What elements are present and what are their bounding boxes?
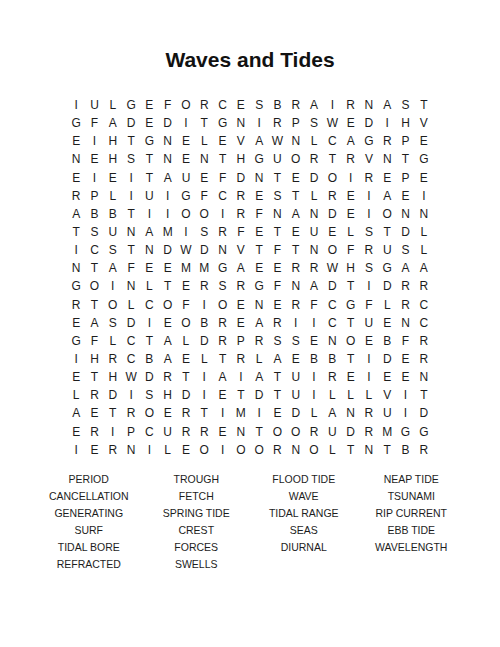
grid-cell: T xyxy=(341,314,359,332)
grid-cell: D xyxy=(287,404,305,422)
grid-cell: T xyxy=(213,350,231,368)
grid-cell: I xyxy=(250,114,268,132)
grid-cell: U xyxy=(323,423,341,441)
grid-cell: R xyxy=(305,150,323,168)
grid-cell: F xyxy=(360,296,378,314)
grid-cell: E xyxy=(287,350,305,368)
grid-cell: R xyxy=(360,404,378,422)
grid-cell: E xyxy=(213,132,231,150)
grid-cell: I xyxy=(122,187,140,205)
grid-cell: T xyxy=(67,223,85,241)
grid-cell: A xyxy=(67,404,85,422)
grid-cell: T xyxy=(287,241,305,259)
word-list-item: PERIOD xyxy=(35,470,143,487)
grid-cell: E xyxy=(67,368,85,386)
grid-cell: T xyxy=(268,368,286,386)
grid-cell: N xyxy=(195,150,213,168)
grid-cell: H xyxy=(104,150,122,168)
grid-cell: A xyxy=(250,132,268,150)
grid-cell: U xyxy=(159,423,177,441)
grid-cell: L xyxy=(250,350,268,368)
grid-cell: F xyxy=(341,241,359,259)
grid-cell: E xyxy=(104,169,122,187)
grid-cell: I xyxy=(213,404,231,422)
grid-cell: I xyxy=(195,368,213,386)
grid-cell: I xyxy=(140,441,158,459)
grid-cell: E xyxy=(140,114,158,132)
grid-cell: F xyxy=(122,259,140,277)
grid-cell: L xyxy=(195,132,213,150)
word-list-item: FORCES xyxy=(143,538,251,555)
grid-cell: S xyxy=(213,277,231,295)
grid-cell: A xyxy=(159,169,177,187)
grid-cell: O xyxy=(177,96,195,114)
grid-cell: O xyxy=(104,296,122,314)
grid-cell: S xyxy=(195,223,213,241)
grid-cell: E xyxy=(67,423,85,441)
grid-cell: I xyxy=(67,241,85,259)
grid-cell: E xyxy=(360,332,378,350)
grid-cell: R xyxy=(104,441,122,459)
grid-cell: H xyxy=(341,259,359,277)
grid-cell: C xyxy=(122,332,140,350)
grid-cell: E xyxy=(341,205,359,223)
grid-cell: H xyxy=(104,368,122,386)
grid-cell: C xyxy=(213,187,231,205)
grid-cell: T xyxy=(250,423,268,441)
grid-cell: T xyxy=(159,277,177,295)
grid-cell: O xyxy=(232,441,250,459)
grid-cell: D xyxy=(396,223,414,241)
grid-cell: I xyxy=(360,277,378,295)
grid-cell: L xyxy=(415,241,433,259)
grid-cell: T xyxy=(415,96,433,114)
word-list-item: TSUNAMI xyxy=(358,487,466,504)
grid-cell: N xyxy=(67,259,85,277)
grid-cell: I xyxy=(305,386,323,404)
grid-cell: O xyxy=(323,169,341,187)
grid-cell: C xyxy=(415,314,433,332)
grid-cell: I xyxy=(360,368,378,386)
grid-cell: T xyxy=(213,150,231,168)
grid-cell: E xyxy=(415,169,433,187)
grid-cell: B xyxy=(268,96,286,114)
grid-cell: M xyxy=(195,259,213,277)
grid-cell: E xyxy=(378,169,396,187)
grid-cell: T xyxy=(287,187,305,205)
grid-cell: C xyxy=(140,423,158,441)
grid-cell: R xyxy=(287,259,305,277)
grid-cell: R xyxy=(360,169,378,187)
word-list-item: FETCH xyxy=(143,487,251,504)
grid-cell: R xyxy=(85,386,103,404)
grid-cell: U xyxy=(140,187,158,205)
grid-cell: I xyxy=(360,350,378,368)
grid-cell: R xyxy=(396,296,414,314)
grid-cell: R xyxy=(195,96,213,114)
grid-cell: R xyxy=(360,241,378,259)
grid-cell: D xyxy=(122,314,140,332)
grid-cell: P xyxy=(85,187,103,205)
grid-cell: S xyxy=(396,241,414,259)
grid-cell: N xyxy=(122,223,140,241)
grid-cell: V xyxy=(360,150,378,168)
grid-cell: N xyxy=(415,205,433,223)
grid-cell: R xyxy=(268,114,286,132)
grid-cell: A xyxy=(378,96,396,114)
grid-cell: E xyxy=(250,187,268,205)
grid-cell: T xyxy=(268,169,286,187)
grid-cell: N xyxy=(232,423,250,441)
grid-cell: R xyxy=(305,259,323,277)
grid-cell: E xyxy=(268,259,286,277)
grid-cell: U xyxy=(360,314,378,332)
word-list-item: SWELLS xyxy=(143,555,251,572)
grid-cell: T xyxy=(140,332,158,350)
word-list-item: RIP CURRENT xyxy=(358,504,466,521)
grid-cell: O xyxy=(287,423,305,441)
grid-cell: E xyxy=(85,404,103,422)
grid-cell: D xyxy=(140,368,158,386)
grid-cell: I xyxy=(140,314,158,332)
grid-cell: L xyxy=(305,132,323,150)
grid-cell: T xyxy=(232,386,250,404)
grid-cell: E xyxy=(85,150,103,168)
grid-cell: C xyxy=(415,296,433,314)
grid-cell: S xyxy=(305,114,323,132)
grid-cell: E xyxy=(140,96,158,114)
word-list-item: WAVELENGTH xyxy=(358,538,466,555)
grid-cell: G xyxy=(67,277,85,295)
grid-cell: N xyxy=(159,132,177,150)
grid-cell: I xyxy=(341,169,359,187)
grid-cell: W xyxy=(177,241,195,259)
grid-cell: R xyxy=(415,277,433,295)
grid-cell: C xyxy=(213,96,231,114)
grid-cell: D xyxy=(104,386,122,404)
grid-cell: R xyxy=(396,277,414,295)
grid-cell: A xyxy=(232,259,250,277)
grid-cell: P xyxy=(396,169,414,187)
word-list-item: SPRING TIDE xyxy=(143,504,251,521)
grid-cell: B xyxy=(85,205,103,223)
grid-cell: G xyxy=(177,187,195,205)
grid-cell: U xyxy=(287,368,305,386)
grid-cell: T xyxy=(323,150,341,168)
grid-cell: A xyxy=(305,277,323,295)
grid-cell: M xyxy=(159,223,177,241)
grid-cell: C xyxy=(323,314,341,332)
word-list-item: REFRACTED xyxy=(35,555,143,572)
grid-cell: S xyxy=(85,223,103,241)
grid-cell: O xyxy=(250,441,268,459)
grid-cell: P xyxy=(287,114,305,132)
word-list-item: TIDAL BORE xyxy=(35,538,143,555)
grid-cell: N xyxy=(122,277,140,295)
grid-cell: C xyxy=(323,296,341,314)
grid-cell: I xyxy=(213,205,231,223)
grid-cell: I xyxy=(232,368,250,386)
grid-cell: B xyxy=(104,205,122,223)
grid-cell: T xyxy=(250,241,268,259)
grid-cell: R xyxy=(415,350,433,368)
grid-cell: R xyxy=(195,423,213,441)
grid-cell: E xyxy=(177,150,195,168)
grid-cell: L xyxy=(104,187,122,205)
grid-cell: E xyxy=(250,259,268,277)
grid-cell: I xyxy=(122,386,140,404)
grid-cell: U xyxy=(104,223,122,241)
grid-cell: N xyxy=(140,241,158,259)
grid-cell: R xyxy=(195,277,213,295)
grid-cell: E xyxy=(232,96,250,114)
grid-cell: E xyxy=(213,386,231,404)
grid-cell: A xyxy=(213,368,231,386)
puzzle-title: Waves and Tides xyxy=(0,48,500,72)
grid-cell: I xyxy=(67,350,85,368)
grid-cell: G xyxy=(341,296,359,314)
grid-cell: N xyxy=(213,241,231,259)
grid-cell: F xyxy=(195,187,213,205)
grid-cell: L xyxy=(67,386,85,404)
grid-cell: I xyxy=(378,114,396,132)
grid-cell: I xyxy=(85,169,103,187)
grid-cell: E xyxy=(378,314,396,332)
grid-cell: R xyxy=(85,423,103,441)
word-list-item: WAVE xyxy=(250,487,358,504)
grid-cell: O xyxy=(177,205,195,223)
grid-cell: I xyxy=(177,114,195,132)
grid-cell: V xyxy=(415,114,433,132)
grid-cell: E xyxy=(177,277,195,295)
grid-cell: L xyxy=(159,441,177,459)
grid-cell: S xyxy=(360,259,378,277)
grid-cell: L xyxy=(341,386,359,404)
grid-cell: S xyxy=(250,96,268,114)
grid-cell: N xyxy=(415,368,433,386)
grid-cell: R xyxy=(104,350,122,368)
grid-cell: R xyxy=(268,441,286,459)
grid-cell: C xyxy=(122,350,140,368)
grid-cell: R xyxy=(232,187,250,205)
grid-cell: U xyxy=(378,404,396,422)
grid-cell: O xyxy=(213,296,231,314)
grid-cell: R xyxy=(213,332,231,350)
grid-cell: R xyxy=(323,187,341,205)
grid-cell: A xyxy=(378,187,396,205)
grid-cell: E xyxy=(268,296,286,314)
grid-cell: O xyxy=(195,441,213,459)
grid-cell: A xyxy=(305,96,323,114)
grid-cell: E xyxy=(67,132,85,150)
grid-cell: G xyxy=(415,150,433,168)
grid-cell: L xyxy=(323,386,341,404)
grid-cell: F xyxy=(250,205,268,223)
grid-cell: H xyxy=(85,350,103,368)
grid-cell: R xyxy=(67,296,85,314)
grid-cell: L xyxy=(177,332,195,350)
grid-cell: N xyxy=(396,314,414,332)
grid-cell: D xyxy=(159,241,177,259)
grid-cell: A xyxy=(67,205,85,223)
grid-cell: T xyxy=(85,368,103,386)
grid-cell: G xyxy=(360,132,378,150)
grid-cell: D xyxy=(323,277,341,295)
grid-cell: O xyxy=(140,404,158,422)
grid-cell: D xyxy=(250,386,268,404)
grid-cell: T xyxy=(341,350,359,368)
grid-cell: R xyxy=(287,96,305,114)
grid-cell: E xyxy=(159,259,177,277)
word-list-item: FLOOD TIDE xyxy=(250,470,358,487)
grid-cell: A xyxy=(250,314,268,332)
grid-cell: R xyxy=(177,423,195,441)
grid-cell: O xyxy=(378,205,396,223)
grid-cell: R xyxy=(268,314,286,332)
grid-cell: D xyxy=(360,114,378,132)
grid-cell: I xyxy=(213,441,231,459)
grid-cell: O xyxy=(323,241,341,259)
grid-cell: B xyxy=(305,350,323,368)
grid-cell: T xyxy=(122,205,140,223)
grid-cell: N xyxy=(287,132,305,150)
grid-cell: F xyxy=(85,332,103,350)
grid-cell: N xyxy=(287,441,305,459)
grid-cell: R xyxy=(232,350,250,368)
grid-cell: T xyxy=(195,114,213,132)
grid-cell: T xyxy=(195,404,213,422)
grid-cell: D xyxy=(195,332,213,350)
grid-cell: E xyxy=(177,132,195,150)
grid-cell: D xyxy=(415,404,433,422)
grid-cell: I xyxy=(305,368,323,386)
grid-cell: G xyxy=(250,277,268,295)
grid-cell: A xyxy=(140,223,158,241)
grid-cell: A xyxy=(287,205,305,223)
grid-cell: S xyxy=(104,314,122,332)
grid-cell: R xyxy=(177,404,195,422)
word-list-item: SEAS xyxy=(250,521,358,538)
grid-cell: H xyxy=(232,150,250,168)
grid-cell: S xyxy=(122,150,140,168)
grid-cell: N xyxy=(122,441,140,459)
grid-cell: P xyxy=(396,132,414,150)
grid-cell: S xyxy=(104,241,122,259)
grid-cell: F xyxy=(159,96,177,114)
grid-cell: I xyxy=(104,423,122,441)
grid-cell: E xyxy=(341,368,359,386)
grid-cell: O xyxy=(85,277,103,295)
grid-cell: U xyxy=(268,150,286,168)
grid-cell: T xyxy=(85,296,103,314)
grid-cell: M xyxy=(232,404,250,422)
grid-cell: N xyxy=(360,96,378,114)
grid-cell: T xyxy=(268,386,286,404)
grid-cell: N xyxy=(232,114,250,132)
grid-cell: U xyxy=(177,169,195,187)
grid-cell: E xyxy=(396,350,414,368)
grid-cell: L xyxy=(360,386,378,404)
grid-cell: T xyxy=(104,404,122,422)
grid-cell: O xyxy=(195,205,213,223)
grid-cell: U xyxy=(305,223,323,241)
word-list-item: NEAP TIDE xyxy=(358,470,466,487)
grid-cell: T xyxy=(341,441,359,459)
grid-cell: A xyxy=(159,350,177,368)
grid-cell: D xyxy=(195,241,213,259)
grid-cell: C xyxy=(85,241,103,259)
grid-cell: D xyxy=(341,423,359,441)
grid-cell: A xyxy=(85,314,103,332)
grid-cell: L xyxy=(122,296,140,314)
grid-cell: T xyxy=(122,241,140,259)
grid-cell: N xyxy=(341,404,359,422)
grid-cell: G xyxy=(250,150,268,168)
grid-cell: I xyxy=(305,314,323,332)
grid-cell: D xyxy=(378,350,396,368)
grid-cell: O xyxy=(177,314,195,332)
grid-cell: E xyxy=(85,441,103,459)
grid-cell: I xyxy=(85,132,103,150)
grid-cell: A xyxy=(341,132,359,150)
grid-cell: I xyxy=(195,386,213,404)
grid-cell: I xyxy=(159,187,177,205)
grid-cell: F xyxy=(177,296,195,314)
word-list-item: TROUGH xyxy=(143,470,251,487)
grid-cell: D xyxy=(177,386,195,404)
grid-cell: B xyxy=(140,350,158,368)
grid-cell: U xyxy=(378,241,396,259)
grid-cell: L xyxy=(195,350,213,368)
grid-cell: T xyxy=(396,150,414,168)
word-list-item: TIDAL RANGE xyxy=(250,504,358,521)
grid-cell: H xyxy=(104,132,122,150)
grid-cell: I xyxy=(396,386,414,404)
grid-cell: N xyxy=(305,241,323,259)
grid-cell: E xyxy=(287,223,305,241)
grid-cell: U xyxy=(85,96,103,114)
grid-cell: W xyxy=(122,368,140,386)
grid-cell: O xyxy=(287,150,305,168)
grid-cell: E xyxy=(305,332,323,350)
grid-cell: E xyxy=(177,441,195,459)
grid-cell: R xyxy=(159,368,177,386)
grid-cell: T xyxy=(140,150,158,168)
grid-cell: N xyxy=(250,169,268,187)
grid-cell: N xyxy=(67,150,85,168)
grid-cell: L xyxy=(305,187,323,205)
grid-cell: I xyxy=(415,187,433,205)
grid-cell: L xyxy=(104,96,122,114)
word-list-item: DIURNAL xyxy=(250,538,358,555)
grid-cell: R xyxy=(305,423,323,441)
grid-cell: R xyxy=(287,296,305,314)
grid-cell: I xyxy=(323,96,341,114)
grid-cell: S xyxy=(268,332,286,350)
grid-cell: A xyxy=(104,114,122,132)
grid-cell: T xyxy=(85,259,103,277)
grid-cell: I xyxy=(396,404,414,422)
grid-cell: W xyxy=(268,132,286,150)
grid-cell: R xyxy=(323,368,341,386)
grid-cell: L xyxy=(140,277,158,295)
grid-cell: I xyxy=(177,223,195,241)
grid-cell: O xyxy=(268,423,286,441)
grid-cell: S xyxy=(396,96,414,114)
grid-cell: G xyxy=(213,259,231,277)
word-list-item: GENERATING xyxy=(35,504,143,521)
grid-cell: E xyxy=(159,404,177,422)
